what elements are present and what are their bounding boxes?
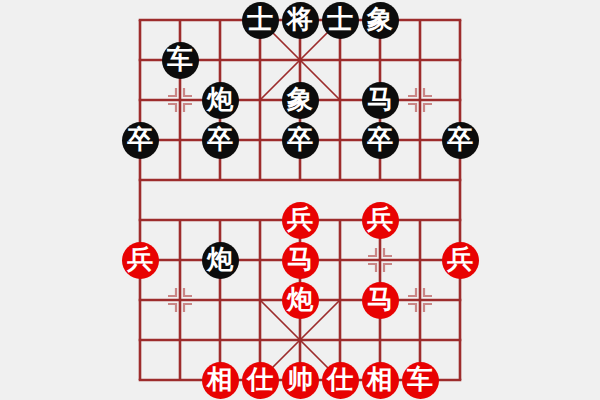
piece-black-cannon[interactable]: 炮 <box>202 242 239 279</box>
piece-black-elephant[interactable]: 象 <box>282 82 319 119</box>
piece-red-horse[interactable]: 马 <box>362 282 399 319</box>
piece-red-elephant[interactable]: 相 <box>362 362 399 399</box>
piece-red-soldier[interactable]: 兵 <box>122 242 159 279</box>
piece-black-horse[interactable]: 马 <box>362 82 399 119</box>
piece-black-soldier[interactable]: 卒 <box>122 122 159 159</box>
piece-black-advisor[interactable]: 士 <box>242 2 279 39</box>
piece-red-advisor[interactable]: 仕 <box>322 362 359 399</box>
piece-red-soldier[interactable]: 兵 <box>442 242 479 279</box>
xiangqi-board[interactable]: 士将士象车炮象马卒卒卒卒卒兵兵兵炮马兵炮马相仕帅仕相车 <box>120 0 480 400</box>
piece-black-soldier[interactable]: 卒 <box>442 122 479 159</box>
piece-red-elephant[interactable]: 相 <box>202 362 239 399</box>
piece-black-soldier[interactable]: 卒 <box>282 122 319 159</box>
piece-black-elephant[interactable]: 象 <box>362 2 399 39</box>
piece-red-cannon[interactable]: 炮 <box>282 282 319 319</box>
piece-black-soldier[interactable]: 卒 <box>362 122 399 159</box>
piece-black-cannon[interactable]: 炮 <box>202 82 239 119</box>
piece-black-advisor[interactable]: 士 <box>322 2 359 39</box>
piece-red-chariot[interactable]: 车 <box>402 362 439 399</box>
piece-red-advisor[interactable]: 仕 <box>242 362 279 399</box>
piece-red-soldier[interactable]: 兵 <box>362 202 399 239</box>
piece-black-chariot[interactable]: 车 <box>162 42 199 79</box>
piece-red-soldier[interactable]: 兵 <box>282 202 319 239</box>
piece-black-general[interactable]: 将 <box>282 2 319 39</box>
piece-red-horse[interactable]: 马 <box>282 242 319 279</box>
piece-red-general[interactable]: 帅 <box>282 362 319 399</box>
piece-black-soldier[interactable]: 卒 <box>202 122 239 159</box>
xiangqi-screenshot: 士将士象车炮象马卒卒卒卒卒兵兵兵炮马兵炮马相仕帅仕相车 <box>0 0 600 400</box>
